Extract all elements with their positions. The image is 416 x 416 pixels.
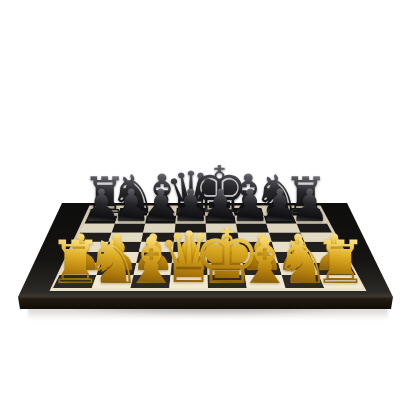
white-rook-h1[interactable]: ♜ [313, 232, 367, 292]
chess-board: ♜♞♝♛♚♝♞♜♟♟♟♟♟♟♟♟♟♟♟♟♟♟♟♟♜♞♝♛♚♝♞♜ [0, 0, 416, 416]
black-pawn-h7[interactable]: ♟ [290, 184, 330, 229]
product-photo-scene: ♜♞♝♛♚♝♞♜♟♟♟♟♟♟♟♟♟♟♟♟♟♟♟♟♜♞♝♛♚♝♞♜ [0, 0, 416, 416]
